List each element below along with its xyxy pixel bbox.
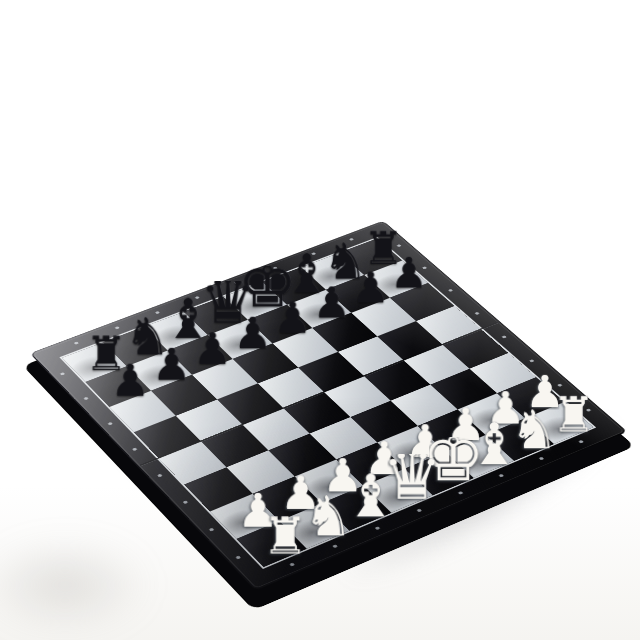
- screw-mark: [155, 311, 160, 314]
- screw-mark: [448, 289, 453, 292]
- screw-mark: [332, 545, 337, 548]
- screw-mark: [74, 342, 79, 345]
- screw-mark: [195, 296, 200, 299]
- screw-mark: [422, 266, 427, 269]
- screw-mark: [157, 474, 162, 477]
- screw-mark: [289, 563, 294, 566]
- folding-magnetic-chessboard: ♜♞♝♛♚♝♞♜♟♟♟♟♟♟♟♟♟♟♟♟♟♟♟♟♜♞♝♛♚♝♞♜: [30, 221, 628, 591]
- screw-mark: [107, 422, 112, 425]
- screw-mark: [183, 501, 188, 504]
- screw-mark: [83, 397, 88, 400]
- screw-mark: [539, 457, 544, 460]
- screw-mark: [396, 244, 401, 247]
- screw-mark: [311, 252, 316, 255]
- frame-screws: [30, 220, 628, 590]
- screw-mark: [498, 474, 503, 477]
- photo-background: ♜♞♝♛♚♝♞♜♟♟♟♟♟♟♟♟♟♟♟♟♟♟♟♟♜♞♝♛♚♝♞♜: [0, 0, 640, 640]
- screw-mark: [132, 448, 137, 451]
- screw-mark: [458, 491, 463, 494]
- screw-mark: [474, 312, 479, 315]
- screw-mark: [375, 527, 380, 530]
- screw-mark: [578, 440, 583, 443]
- screw-mark: [273, 267, 278, 270]
- screw-mark: [501, 335, 506, 338]
- screw-mark: [60, 372, 65, 375]
- screw-mark: [234, 281, 239, 284]
- screw-mark: [529, 359, 534, 362]
- screw-mark: [557, 384, 562, 387]
- photo-scene: ♜♞♝♛♚♝♞♜♟♟♟♟♟♟♟♟♟♟♟♟♟♟♟♟♜♞♝♛♚♝♞♜: [0, 0, 640, 640]
- screw-mark: [416, 509, 421, 512]
- ambient-corner-shadow: [0, 540, 150, 630]
- screw-mark: [235, 556, 240, 559]
- screw-mark: [586, 409, 591, 412]
- screw-mark: [349, 238, 354, 241]
- screw-mark: [114, 326, 119, 329]
- screw-mark: [209, 528, 214, 531]
